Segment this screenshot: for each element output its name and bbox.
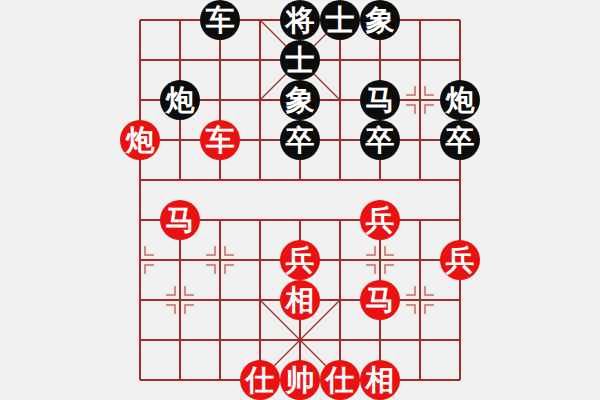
piece-red-soldier[interactable]: 兵: [440, 240, 480, 280]
piece-red-horse[interactable]: 马: [360, 280, 400, 320]
piece-red-general[interactable]: 帅: [280, 360, 320, 400]
piece-red-soldier[interactable]: 兵: [280, 240, 320, 280]
piece-black-cannon[interactable]: 炮: [440, 80, 480, 120]
piece-red-advisor[interactable]: 仕: [320, 360, 360, 400]
piece-black-general[interactable]: 将: [280, 0, 320, 40]
piece-black-advisor[interactable]: 士: [280, 40, 320, 80]
piece-black-advisor[interactable]: 士: [320, 0, 360, 40]
piece-red-cannon[interactable]: 炮: [120, 120, 160, 160]
piece-red-chariot[interactable]: 车: [200, 120, 240, 160]
piece-red-elephant[interactable]: 相: [360, 360, 400, 400]
piece-black-elephant[interactable]: 象: [280, 80, 320, 120]
piece-red-elephant[interactable]: 相: [280, 280, 320, 320]
piece-black-horse[interactable]: 马: [360, 80, 400, 120]
piece-black-soldier[interactable]: 卒: [280, 120, 320, 160]
piece-red-soldier[interactable]: 兵: [360, 200, 400, 240]
piece-black-elephant[interactable]: 象: [360, 0, 400, 40]
piece-black-chariot[interactable]: 车: [200, 0, 240, 40]
piece-black-soldier[interactable]: 卒: [440, 120, 480, 160]
piece-red-horse[interactable]: 马: [160, 200, 200, 240]
xiangqi-board: 车将士象士炮象马炮卒卒卒炮车马兵兵兵相马仕帅仕相: [0, 0, 600, 400]
piece-black-soldier[interactable]: 卒: [360, 120, 400, 160]
piece-black-cannon[interactable]: 炮: [160, 80, 200, 120]
pieces-layer: 车将士象士炮象马炮卒卒卒炮车马兵兵兵相马仕帅仕相: [120, 0, 480, 400]
piece-red-advisor[interactable]: 仕: [240, 360, 280, 400]
